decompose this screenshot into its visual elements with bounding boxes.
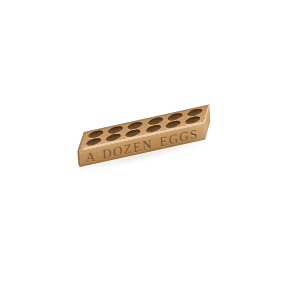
product-photo-stage: A DOZEN EGGS (0, 0, 295, 300)
